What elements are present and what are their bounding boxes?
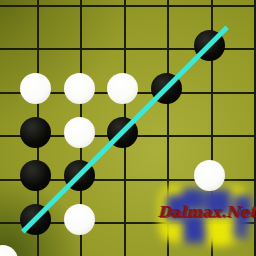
white-stone <box>64 204 95 235</box>
white-stone <box>20 73 51 104</box>
stones-layer <box>0 0 256 256</box>
white-stone <box>64 117 95 148</box>
black-stone <box>20 117 51 148</box>
white-stone <box>107 73 138 104</box>
white-stone <box>64 73 95 104</box>
black-stone <box>20 204 51 235</box>
black-stone <box>151 73 182 104</box>
white-stone <box>194 160 225 191</box>
black-stone <box>107 117 138 148</box>
gomoku-board[interactable]: Dalmax.Net <box>0 0 256 256</box>
black-stone <box>64 160 95 191</box>
black-stone <box>20 160 51 191</box>
white-stone <box>0 245 18 256</box>
black-stone <box>194 30 225 61</box>
